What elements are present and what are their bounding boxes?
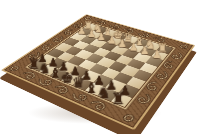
white-pawn: ♟ (150, 49, 163, 60)
chess-set-photo: ♜♞♝♚♛♝♞♜♟♟♟♟♟♟♟♟♟♟♟♟♟♟♟♟♜♞♝♚♛♝♞♜ (0, 0, 200, 134)
black-rook: ♜ (110, 91, 126, 106)
white-pawn: ♟ (138, 45, 151, 56)
